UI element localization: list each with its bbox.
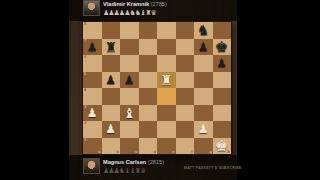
square-a8[interactable]: 8 [83, 22, 102, 39]
square-d2[interactable] [139, 121, 158, 138]
square-g5[interactable] [194, 72, 213, 89]
square-b2[interactable]: ♟ [102, 121, 121, 138]
square-d1[interactable]: d [139, 138, 158, 155]
square-a7[interactable]: 7♟ [83, 39, 102, 56]
square-e6[interactable] [157, 55, 176, 72]
square-h4[interactable] [213, 88, 232, 105]
rank-label-6: 6 [84, 55, 86, 59]
square-e2[interactable] [157, 121, 176, 138]
square-d7[interactable] [139, 39, 158, 56]
kramnik-avatar [84, 1, 99, 15]
rank-label-2: 2 [84, 121, 86, 125]
square-e1[interactable]: e [157, 138, 176, 155]
square-c5[interactable]: ♟ [120, 72, 139, 89]
square-h8[interactable] [213, 22, 232, 39]
square-h7[interactable]: ♚ [213, 39, 232, 56]
rank-label-1: 1 [84, 138, 86, 142]
square-c1[interactable]: c [120, 138, 139, 155]
square-a6[interactable]: 6 [83, 55, 102, 72]
file-label-f: f [192, 150, 193, 154]
square-c7[interactable] [120, 39, 139, 56]
square-f2[interactable] [176, 121, 195, 138]
player-name-line-top: Vladimir Kramnik (2785) [103, 1, 167, 7]
player-bar-top: Vladimir Kramnik (2785) ♟♟♟♟♟♞♞♝♜♛ [84, 1, 234, 19]
square-f5[interactable] [176, 72, 195, 89]
square-a4[interactable]: 4 [83, 88, 102, 105]
square-g2[interactable]: ♟ [194, 121, 213, 138]
chess-board: 8♞7♟♜♟♚6♟5♟♟♜43♟♝2♟♟1abcdefgh♚ [83, 22, 231, 154]
rank-label-4: 4 [84, 88, 86, 92]
captured-pieces-bottom: ♟♟♟♞♝♝♜♛ [103, 167, 145, 175]
black-rook: ♜ [102, 39, 121, 56]
square-c8[interactable] [120, 22, 139, 39]
square-f4[interactable] [176, 88, 195, 105]
square-c3[interactable]: ♝ [120, 105, 139, 122]
square-f1[interactable]: f [176, 138, 195, 155]
square-b8[interactable] [102, 22, 121, 39]
square-c2[interactable] [120, 121, 139, 138]
square-d6[interactable] [139, 55, 158, 72]
square-a2[interactable]: 2 [83, 121, 102, 138]
black-pawn: ♟ [213, 55, 232, 72]
square-f3[interactable] [176, 105, 195, 122]
square-c4[interactable] [120, 88, 139, 105]
black-pawn: ♟ [194, 39, 213, 56]
square-g3[interactable] [194, 105, 213, 122]
player-name-top: Vladimir Kramnik [103, 1, 149, 7]
captured-queen-icon: ♛ [140, 167, 145, 175]
square-a5[interactable]: 5 [83, 72, 102, 89]
square-b3[interactable] [102, 105, 121, 122]
square-f6[interactable] [176, 55, 195, 72]
square-d4[interactable] [139, 88, 158, 105]
square-e4[interactable] [157, 88, 176, 105]
square-d3[interactable] [139, 105, 158, 122]
black-knight: ♞ [194, 22, 213, 39]
square-h1[interactable]: h♚ [213, 138, 232, 155]
video-frame: Vladimir Kramnik (2785) ♟♟♟♟♟♞♞♝♜♛ 8♞7♟♜… [0, 0, 320, 180]
square-b5[interactable]: ♟ [102, 72, 121, 89]
white-bishop: ♝ [120, 105, 139, 122]
square-h6[interactable]: ♟ [213, 55, 232, 72]
file-label-b: b [117, 150, 119, 154]
square-g8[interactable]: ♞ [194, 22, 213, 39]
black-pawn: ♟ [102, 72, 121, 89]
square-e5[interactable]: ♜ [157, 72, 176, 89]
white-pawn: ♟ [102, 121, 121, 138]
square-h5[interactable] [213, 72, 232, 89]
rank-label-3: 3 [84, 105, 86, 109]
carlsen-avatar [84, 159, 99, 173]
square-b6[interactable] [102, 55, 121, 72]
file-label-c: c [135, 150, 137, 154]
square-b4[interactable] [102, 88, 121, 105]
square-g6[interactable] [194, 55, 213, 72]
rank-label-5: 5 [84, 72, 86, 76]
square-b7[interactable]: ♜ [102, 39, 121, 56]
square-f7[interactable] [176, 39, 195, 56]
square-g1[interactable]: g [194, 138, 213, 155]
file-label-a: a [98, 150, 100, 154]
square-d8[interactable] [139, 22, 158, 39]
black-pawn: ♟ [120, 72, 139, 89]
square-h2[interactable] [213, 121, 232, 138]
square-f8[interactable] [176, 22, 195, 39]
square-e8[interactable] [157, 22, 176, 39]
square-g4[interactable] [194, 88, 213, 105]
square-a1[interactable]: 1a [83, 138, 102, 155]
file-label-d: d [154, 150, 156, 154]
captured-queen-icon: ♛ [151, 9, 156, 17]
white-pawn: ♟ [194, 121, 213, 138]
rank-label-8: 8 [84, 22, 86, 26]
rank-label-7: 7 [84, 39, 86, 43]
square-c6[interactable] [120, 55, 139, 72]
square-b1[interactable]: b [102, 138, 121, 155]
file-label-g: g [209, 150, 211, 154]
captured-pieces-top: ♟♟♟♟♟♞♞♝♜♛ [103, 9, 156, 17]
white-rook: ♜ [157, 72, 176, 89]
square-e7[interactable] [157, 39, 176, 56]
square-g7[interactable]: ♟ [194, 39, 213, 56]
square-h3[interactable] [213, 105, 232, 122]
square-e3[interactable] [157, 105, 176, 122]
player-rating-top: (2785) [151, 1, 167, 7]
square-a3[interactable]: 3♟ [83, 105, 102, 122]
player-name-bottom: Magnus Carlsen [103, 159, 146, 165]
file-label-e: e [172, 150, 174, 154]
player-rating-bottom: (2815) [148, 159, 164, 165]
player-name-line-bottom: Magnus Carlsen (2815) [103, 159, 164, 165]
square-d5[interactable] [139, 72, 158, 89]
channel-watermark: MATT PASSETT'S SUBSCRIBE [184, 166, 213, 169]
black-king: ♚ [213, 39, 232, 56]
file-label-h: h [228, 150, 230, 154]
